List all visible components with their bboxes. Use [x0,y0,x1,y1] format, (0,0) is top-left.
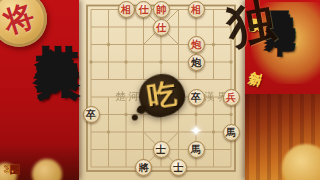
left-banner: 将 [0,0,79,180]
piece-char: 炮 [189,37,204,52]
piece-red: 炮 [188,36,205,53]
piece-char: 兵 [224,90,239,105]
move-sparkle-icon: ✦ [188,123,204,139]
piece-red: 仕 [153,19,170,36]
piece-red: 相 [188,1,205,18]
piece-black: 士 [153,141,170,158]
general-piece-char: 将 [0,0,54,54]
piece-char: 相 [119,2,134,17]
piece-char: 仕 [154,20,169,35]
piece-red: 兵 [223,89,240,106]
piece-black: 馬 [188,141,205,158]
capture-bubble-label: 吃 [136,71,188,121]
piece-char: 馬 [189,142,204,157]
piece-red: 帥 [153,1,170,18]
piece-black: 士 [170,159,187,176]
capture-bubble: 吃 [137,72,187,119]
brush-calligraphy: 独 [222,0,280,60]
piece-char: 卒 [189,90,204,105]
channel-logo: 3围 [4,163,20,177]
piece-black: 卒 [83,106,100,123]
piece-black: 將 [135,159,152,176]
piece-char: 士 [154,142,169,157]
general-piece-badge: 将 [0,0,47,47]
piece-char: 帥 [154,2,169,17]
video-thumbnail: 楚 河 漢 界 相仕帥相仕炮炮卒兵卒馬士馬將士 吃 ✦ 将 大神象棋 3围 中炮… [0,0,320,180]
piece-red: 相 [118,1,135,18]
piece-char: 卒 [84,107,99,122]
piece-char: 相 [189,2,204,17]
piece-char: 將 [136,160,151,175]
piece-red: 仕 [135,1,152,18]
piece-char: 炮 [189,55,204,70]
piece-black: 炮 [188,54,205,71]
piece-char: 士 [171,160,186,175]
right-photo-strip [245,94,320,180]
piece-black: 卒 [188,89,205,106]
piece-black: 馬 [223,124,240,141]
piece-char: 仕 [136,2,151,17]
piece-char: 馬 [224,125,239,140]
